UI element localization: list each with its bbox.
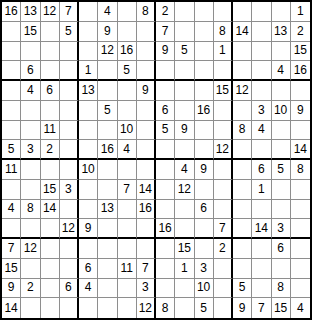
cell-r2c10-empty[interactable] xyxy=(175,22,194,42)
cell-r4c7-given[interactable]: 5 xyxy=(118,61,137,81)
cell-r11c6-given[interactable]: 13 xyxy=(98,200,117,220)
cell-r14c2-empty[interactable] xyxy=(21,259,40,279)
cell-r14c13-empty[interactable] xyxy=(233,259,252,279)
cell-r4c13-empty[interactable] xyxy=(233,61,252,81)
cell-r15c8-given[interactable]: 3 xyxy=(137,279,156,299)
cell-r10c8-given[interactable]: 14 xyxy=(137,180,156,200)
cell-r7c6-empty[interactable] xyxy=(98,121,117,141)
cell-r16c4-empty[interactable] xyxy=(60,298,79,318)
cell-r12c8-empty[interactable] xyxy=(137,219,156,239)
cell-r11c15-empty[interactable] xyxy=(272,200,291,220)
cell-r15c1-given[interactable]: 9 xyxy=(2,279,21,299)
cell-r3c6-given[interactable]: 12 xyxy=(98,42,117,62)
cell-r3c11-empty[interactable] xyxy=(195,42,214,62)
cell-r7c8-empty[interactable] xyxy=(137,121,156,141)
cell-r9c6-empty[interactable] xyxy=(98,160,117,180)
cell-r6c16-given[interactable]: 9 xyxy=(291,101,310,121)
cell-r13c13-empty[interactable] xyxy=(233,239,252,259)
cell-r6c2-empty[interactable] xyxy=(21,101,40,121)
cell-r7c9-given[interactable]: 5 xyxy=(156,121,175,141)
cell-r4c8-empty[interactable] xyxy=(137,61,156,81)
cell-r3c12-given[interactable]: 1 xyxy=(214,42,233,62)
cell-r11c10-empty[interactable] xyxy=(175,200,194,220)
cell-r8c5-empty[interactable] xyxy=(79,140,98,160)
cell-r4c5-given[interactable]: 1 xyxy=(79,61,98,81)
cell-r1c8-given[interactable]: 8 xyxy=(137,2,156,22)
cell-r14c16-empty[interactable] xyxy=(291,259,310,279)
cell-r8c8-empty[interactable] xyxy=(137,140,156,160)
cell-r11c1-given[interactable]: 4 xyxy=(2,200,21,220)
cell-r9c10-given[interactable]: 4 xyxy=(175,160,194,180)
cell-r8c9-empty[interactable] xyxy=(156,140,175,160)
cell-r16c2-empty[interactable] xyxy=(21,298,40,318)
cell-r9c8-empty[interactable] xyxy=(137,160,156,180)
cell-r12c7-empty[interactable] xyxy=(118,219,137,239)
cell-r9c1-given[interactable]: 11 xyxy=(2,160,21,180)
cell-r10c10-given[interactable]: 12 xyxy=(175,180,194,200)
cell-r6c5-empty[interactable] xyxy=(79,101,98,121)
cell-r13c15-given[interactable]: 6 xyxy=(272,239,291,259)
cell-r3c9-given[interactable]: 9 xyxy=(156,42,175,62)
cell-r16c11-given[interactable]: 5 xyxy=(195,298,214,318)
cell-r1c7-empty[interactable] xyxy=(118,2,137,22)
cell-r16c9-given[interactable]: 8 xyxy=(156,298,175,318)
cell-r11c16-empty[interactable] xyxy=(291,200,310,220)
cell-r11c2-given[interactable]: 8 xyxy=(21,200,40,220)
cell-r12c10-empty[interactable] xyxy=(175,219,194,239)
cell-r1c16-given[interactable]: 1 xyxy=(291,2,310,22)
cell-r4c15-given[interactable]: 4 xyxy=(272,61,291,81)
cell-r9c14-given[interactable]: 6 xyxy=(252,160,271,180)
cell-r10c12-empty[interactable] xyxy=(214,180,233,200)
cell-r7c1-empty[interactable] xyxy=(2,121,21,141)
cell-r10c9-empty[interactable] xyxy=(156,180,175,200)
cell-r14c9-empty[interactable] xyxy=(156,259,175,279)
cell-r16c3-empty[interactable] xyxy=(41,298,60,318)
cell-r12c13-empty[interactable] xyxy=(233,219,252,239)
cell-r12c2-empty[interactable] xyxy=(21,219,40,239)
cell-r4c6-empty[interactable] xyxy=(98,61,117,81)
cell-r2c7-empty[interactable] xyxy=(118,22,137,42)
cell-r15c13-given[interactable]: 5 xyxy=(233,279,252,299)
cell-r2c11-empty[interactable] xyxy=(195,22,214,42)
cell-r1c15-empty[interactable] xyxy=(272,2,291,22)
cell-r6c10-empty[interactable] xyxy=(175,101,194,121)
cell-r9c4-empty[interactable] xyxy=(60,160,79,180)
cell-r3c10-given[interactable]: 5 xyxy=(175,42,194,62)
cell-r3c5-empty[interactable] xyxy=(79,42,98,62)
cell-r16c16-given[interactable]: 4 xyxy=(291,298,310,318)
cell-r10c7-given[interactable]: 7 xyxy=(118,180,137,200)
cell-r14c10-given[interactable]: 1 xyxy=(175,259,194,279)
cell-r9c3-empty[interactable] xyxy=(41,160,60,180)
cell-r5c3-given[interactable]: 6 xyxy=(41,81,60,101)
cell-r7c4-empty[interactable] xyxy=(60,121,79,141)
cell-r16c13-given[interactable]: 9 xyxy=(233,298,252,318)
cell-r12c3-empty[interactable] xyxy=(41,219,60,239)
cell-r9c9-empty[interactable] xyxy=(156,160,175,180)
cell-r2c1-empty[interactable] xyxy=(2,22,21,42)
cell-r14c11-given[interactable]: 3 xyxy=(195,259,214,279)
cell-r11c14-empty[interactable] xyxy=(252,200,271,220)
cell-r7c2-empty[interactable] xyxy=(21,121,40,141)
cell-r6c6-given[interactable]: 5 xyxy=(98,101,117,121)
cell-r7c5-empty[interactable] xyxy=(79,121,98,141)
cell-r1c10-empty[interactable] xyxy=(175,2,194,22)
cell-r10c1-empty[interactable] xyxy=(2,180,21,200)
cell-r2c3-empty[interactable] xyxy=(41,22,60,42)
cell-r7c3-given[interactable]: 11 xyxy=(41,121,60,141)
cell-r8c6-given[interactable]: 16 xyxy=(98,140,117,160)
cell-r5c8-given[interactable]: 9 xyxy=(137,81,156,101)
cell-r3c3-empty[interactable] xyxy=(41,42,60,62)
cell-r4c3-empty[interactable] xyxy=(41,61,60,81)
cell-r5c13-given[interactable]: 12 xyxy=(233,81,252,101)
cell-r9c13-empty[interactable] xyxy=(233,160,252,180)
cell-r9c11-given[interactable]: 9 xyxy=(195,160,214,180)
cell-r7c16-empty[interactable] xyxy=(291,121,310,141)
cell-r8c13-empty[interactable] xyxy=(233,140,252,160)
cell-r4c10-empty[interactable] xyxy=(175,61,194,81)
cell-r3c1-empty[interactable] xyxy=(2,42,21,62)
cell-r13c8-empty[interactable] xyxy=(137,239,156,259)
cell-r4c11-empty[interactable] xyxy=(195,61,214,81)
cell-r12c9-given[interactable]: 16 xyxy=(156,219,175,239)
sudoku-puzzle: 1613127482115597814132121695115615416461… xyxy=(0,0,312,320)
cell-r2c12-given[interactable]: 8 xyxy=(214,22,233,42)
cell-r16c1-given[interactable]: 14 xyxy=(2,298,21,318)
cell-r9c16-given[interactable]: 8 xyxy=(291,160,310,180)
cell-r13c6-empty[interactable] xyxy=(98,239,117,259)
cell-r14c15-empty[interactable] xyxy=(272,259,291,279)
cell-r3c15-empty[interactable] xyxy=(272,42,291,62)
cell-r2c9-given[interactable]: 7 xyxy=(156,22,175,42)
cell-r3c13-empty[interactable] xyxy=(233,42,252,62)
cell-r8c1-given[interactable]: 5 xyxy=(2,140,21,160)
cell-r6c1-empty[interactable] xyxy=(2,101,21,121)
cell-r15c9-empty[interactable] xyxy=(156,279,175,299)
cell-r15c5-given[interactable]: 4 xyxy=(79,279,98,299)
cell-r1c9-given[interactable]: 2 xyxy=(156,2,175,22)
cell-r16c10-empty[interactable] xyxy=(175,298,194,318)
cell-r13c12-given[interactable]: 2 xyxy=(214,239,233,259)
cell-r3c14-empty[interactable] xyxy=(252,42,271,62)
cell-r15c14-empty[interactable] xyxy=(252,279,271,299)
cell-r11c7-empty[interactable] xyxy=(118,200,137,220)
cell-r14c7-given[interactable]: 11 xyxy=(118,259,137,279)
cell-r4c16-given[interactable]: 16 xyxy=(291,61,310,81)
cell-r3c16-given[interactable]: 15 xyxy=(291,42,310,62)
cell-r6c13-empty[interactable] xyxy=(233,101,252,121)
cell-r14c5-given[interactable]: 6 xyxy=(79,259,98,279)
cell-r16c7-empty[interactable] xyxy=(118,298,137,318)
cell-r6c11-given[interactable]: 16 xyxy=(195,101,214,121)
cell-r4c14-empty[interactable] xyxy=(252,61,271,81)
cell-r4c9-empty[interactable] xyxy=(156,61,175,81)
cell-r1c13-empty[interactable] xyxy=(233,2,252,22)
cell-r7c14-given[interactable]: 4 xyxy=(252,121,271,141)
cell-r15c4-given[interactable]: 6 xyxy=(60,279,79,299)
cell-r12c14-given[interactable]: 14 xyxy=(252,219,271,239)
cell-r7c10-given[interactable]: 9 xyxy=(175,121,194,141)
cell-r10c16-empty[interactable] xyxy=(291,180,310,200)
cell-r11c3-given[interactable]: 14 xyxy=(41,200,60,220)
cell-r5c4-empty[interactable] xyxy=(60,81,79,101)
cell-r13c16-empty[interactable] xyxy=(291,239,310,259)
cell-r14c14-empty[interactable] xyxy=(252,259,271,279)
cell-r4c4-empty[interactable] xyxy=(60,61,79,81)
cell-r6c3-empty[interactable] xyxy=(41,101,60,121)
cell-r1c3-given[interactable]: 12 xyxy=(41,2,60,22)
cell-r5c7-empty[interactable] xyxy=(118,81,137,101)
cell-r2c16-given[interactable]: 2 xyxy=(291,22,310,42)
cell-r12c6-empty[interactable] xyxy=(98,219,117,239)
cell-r13c3-empty[interactable] xyxy=(41,239,60,259)
cell-r13c1-given[interactable]: 7 xyxy=(2,239,21,259)
cell-r3c2-empty[interactable] xyxy=(21,42,40,62)
cell-r2c8-empty[interactable] xyxy=(137,22,156,42)
cell-r13c14-empty[interactable] xyxy=(252,239,271,259)
cell-r4c12-empty[interactable] xyxy=(214,61,233,81)
cell-r15c16-empty[interactable] xyxy=(291,279,310,299)
cell-r7c7-given[interactable]: 10 xyxy=(118,121,137,141)
cell-r12c12-given[interactable]: 7 xyxy=(214,219,233,239)
cell-r5c15-empty[interactable] xyxy=(272,81,291,101)
cell-r5c2-given[interactable]: 4 xyxy=(21,81,40,101)
cell-r9c2-empty[interactable] xyxy=(21,160,40,180)
cell-r8c7-given[interactable]: 4 xyxy=(118,140,137,160)
cell-r16c8-given[interactable]: 12 xyxy=(137,298,156,318)
cell-r2c14-empty[interactable] xyxy=(252,22,271,42)
cell-r8c12-given[interactable]: 12 xyxy=(214,140,233,160)
cell-r4c2-given[interactable]: 6 xyxy=(21,61,40,81)
cell-r6c8-empty[interactable] xyxy=(137,101,156,121)
cell-r8c11-empty[interactable] xyxy=(195,140,214,160)
cell-r2c2-given[interactable]: 15 xyxy=(21,22,40,42)
cell-r1c1-given[interactable]: 16 xyxy=(2,2,21,22)
cell-r13c2-given[interactable]: 12 xyxy=(21,239,40,259)
cell-r1c12-empty[interactable] xyxy=(214,2,233,22)
cell-r10c4-given[interactable]: 3 xyxy=(60,180,79,200)
cell-r11c9-empty[interactable] xyxy=(156,200,175,220)
cell-r5c1-empty[interactable] xyxy=(2,81,21,101)
cell-r5c6-empty[interactable] xyxy=(98,81,117,101)
cell-r5c12-given[interactable]: 15 xyxy=(214,81,233,101)
cell-r16c14-given[interactable]: 7 xyxy=(252,298,271,318)
cell-r1c5-empty[interactable] xyxy=(79,2,98,22)
cell-r8c14-empty[interactable] xyxy=(252,140,271,160)
cell-r12c15-given[interactable]: 3 xyxy=(272,219,291,239)
cell-r3c7-given[interactable]: 16 xyxy=(118,42,137,62)
cell-r2c13-given[interactable]: 14 xyxy=(233,22,252,42)
cell-r2c6-given[interactable]: 9 xyxy=(98,22,117,42)
cell-r13c10-given[interactable]: 15 xyxy=(175,239,194,259)
cell-r9c7-empty[interactable] xyxy=(118,160,137,180)
cell-r10c5-empty[interactable] xyxy=(79,180,98,200)
cell-r15c6-empty[interactable] xyxy=(98,279,117,299)
cell-r5c14-empty[interactable] xyxy=(252,81,271,101)
cell-r13c7-empty[interactable] xyxy=(118,239,137,259)
cell-r9c15-given[interactable]: 5 xyxy=(272,160,291,180)
cell-r6c12-empty[interactable] xyxy=(214,101,233,121)
cell-r9c12-empty[interactable] xyxy=(214,160,233,180)
cell-r12c1-empty[interactable] xyxy=(2,219,21,239)
cell-r6c15-given[interactable]: 10 xyxy=(272,101,291,121)
cell-r11c11-given[interactable]: 6 xyxy=(195,200,214,220)
cell-r13c4-empty[interactable] xyxy=(60,239,79,259)
cell-r13c9-empty[interactable] xyxy=(156,239,175,259)
cell-r2c4-given[interactable]: 5 xyxy=(60,22,79,42)
cell-r15c7-empty[interactable] xyxy=(118,279,137,299)
cell-r11c12-empty[interactable] xyxy=(214,200,233,220)
cell-r6c7-empty[interactable] xyxy=(118,101,137,121)
cell-r16c15-given[interactable]: 15 xyxy=(272,298,291,318)
cell-r12c11-empty[interactable] xyxy=(195,219,214,239)
cell-r12c16-empty[interactable] xyxy=(291,219,310,239)
cell-r1c6-given[interactable]: 4 xyxy=(98,2,117,22)
cell-r8c10-empty[interactable] xyxy=(175,140,194,160)
cell-r7c15-empty[interactable] xyxy=(272,121,291,141)
cell-r8c15-empty[interactable] xyxy=(272,140,291,160)
cell-r5c16-empty[interactable] xyxy=(291,81,310,101)
cell-r10c14-given[interactable]: 1 xyxy=(252,180,271,200)
cell-r14c12-empty[interactable] xyxy=(214,259,233,279)
cell-r7c12-empty[interactable] xyxy=(214,121,233,141)
cell-r10c15-empty[interactable] xyxy=(272,180,291,200)
cell-r10c6-empty[interactable] xyxy=(98,180,117,200)
cell-r8c2-given[interactable]: 3 xyxy=(21,140,40,160)
cell-r10c2-empty[interactable] xyxy=(21,180,40,200)
cell-r7c13-given[interactable]: 8 xyxy=(233,121,252,141)
cell-r10c11-empty[interactable] xyxy=(195,180,214,200)
cell-r11c5-empty[interactable] xyxy=(79,200,98,220)
cell-r15c12-empty[interactable] xyxy=(214,279,233,299)
cell-r1c14-empty[interactable] xyxy=(252,2,271,22)
cell-r14c1-given[interactable]: 15 xyxy=(2,259,21,279)
cell-r12c5-given[interactable]: 9 xyxy=(79,219,98,239)
cell-r4c1-empty[interactable] xyxy=(2,61,21,81)
cell-r1c4-given[interactable]: 7 xyxy=(60,2,79,22)
cell-r5c9-empty[interactable] xyxy=(156,81,175,101)
cell-r8c4-empty[interactable] xyxy=(60,140,79,160)
sudoku-board: 1613127482115597814132121695115615416461… xyxy=(0,0,312,320)
cell-r11c8-given[interactable]: 16 xyxy=(137,200,156,220)
cell-r14c8-given[interactable]: 7 xyxy=(137,259,156,279)
cell-r14c6-empty[interactable] xyxy=(98,259,117,279)
cell-r13c11-empty[interactable] xyxy=(195,239,214,259)
cell-r10c3-given[interactable]: 15 xyxy=(41,180,60,200)
cell-r11c4-empty[interactable] xyxy=(60,200,79,220)
cell-r15c15-given[interactable]: 8 xyxy=(272,279,291,299)
cell-r14c3-empty[interactable] xyxy=(41,259,60,279)
cell-r2c5-empty[interactable] xyxy=(79,22,98,42)
cell-r9c5-given[interactable]: 10 xyxy=(79,160,98,180)
cell-r10c13-empty[interactable] xyxy=(233,180,252,200)
cell-r6c4-empty[interactable] xyxy=(60,101,79,121)
cell-r2c15-given[interactable]: 13 xyxy=(272,22,291,42)
cell-r11c13-empty[interactable] xyxy=(233,200,252,220)
cell-r7c11-empty[interactable] xyxy=(195,121,214,141)
cell-r15c2-given[interactable]: 2 xyxy=(21,279,40,299)
cell-r15c11-given[interactable]: 10 xyxy=(195,279,214,299)
cell-r3c8-empty[interactable] xyxy=(137,42,156,62)
cell-r3c4-empty[interactable] xyxy=(60,42,79,62)
cell-r5c5-given[interactable]: 13 xyxy=(79,81,98,101)
cell-r5c10-empty[interactable] xyxy=(175,81,194,101)
cell-r6c9-given[interactable]: 6 xyxy=(156,101,175,121)
cell-r16c6-empty[interactable] xyxy=(98,298,117,318)
cell-r16c12-empty[interactable] xyxy=(214,298,233,318)
cell-r5c11-empty[interactable] xyxy=(195,81,214,101)
cell-r1c2-given[interactable]: 13 xyxy=(21,2,40,22)
cell-r1c11-empty[interactable] xyxy=(195,2,214,22)
cell-r6c14-given[interactable]: 3 xyxy=(252,101,271,121)
cell-r13c5-empty[interactable] xyxy=(79,239,98,259)
cell-r15c3-empty[interactable] xyxy=(41,279,60,299)
cell-r8c16-given[interactable]: 14 xyxy=(291,140,310,160)
cell-r8c3-given[interactable]: 2 xyxy=(41,140,60,160)
cell-r15c10-empty[interactable] xyxy=(175,279,194,299)
cell-r16c5-empty[interactable] xyxy=(79,298,98,318)
cell-r12c4-given[interactable]: 12 xyxy=(60,219,79,239)
cell-r14c4-empty[interactable] xyxy=(60,259,79,279)
